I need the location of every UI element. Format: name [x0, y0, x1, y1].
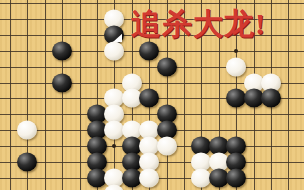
grid-line-horizontal	[0, 67, 304, 68]
white-stone[interactable]	[157, 136, 177, 155]
black-stone[interactable]	[139, 89, 159, 108]
black-stone[interactable]	[52, 73, 72, 92]
grid-line-horizontal	[0, 114, 304, 115]
star-point	[112, 144, 116, 148]
star-point	[234, 49, 238, 53]
black-stone[interactable]	[52, 41, 72, 60]
white-stone[interactable]	[17, 121, 37, 140]
white-stone[interactable]	[104, 41, 124, 60]
white-stone[interactable]	[139, 168, 159, 187]
black-stone[interactable]	[139, 41, 159, 60]
black-stone[interactable]	[17, 152, 37, 171]
grid-line-horizontal	[0, 3, 304, 4]
black-stone[interactable]	[157, 57, 177, 76]
black-stone[interactable]	[226, 168, 246, 187]
black-stone[interactable]	[261, 89, 281, 108]
caption-overlay: 追杀大龙!	[131, 7, 266, 41]
white-stone[interactable]	[226, 57, 246, 76]
go-board-screenshot: 追杀大龙!	[0, 0, 304, 190]
